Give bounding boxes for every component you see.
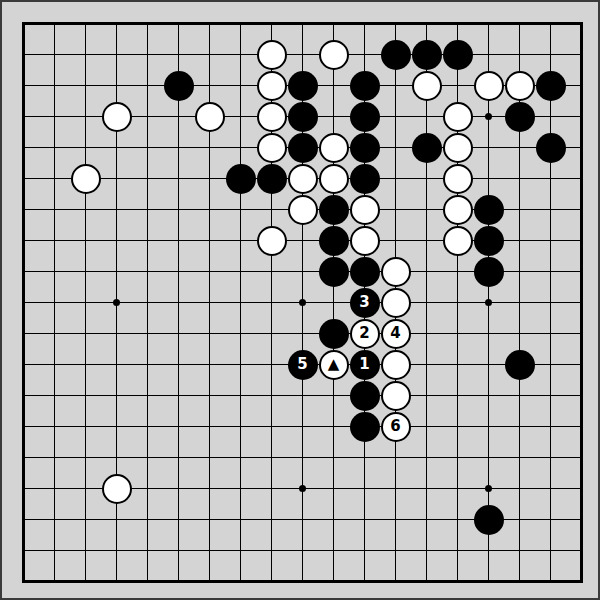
white-stone	[474, 71, 504, 101]
white-stone	[257, 226, 287, 256]
black-stone	[257, 164, 287, 194]
black-stone	[319, 195, 349, 225]
black-stone	[474, 226, 504, 256]
move-5-stone: 5	[288, 350, 318, 380]
white-stone	[319, 164, 349, 194]
grid-line-horizontal	[24, 333, 582, 335]
black-stone	[381, 40, 411, 70]
black-stone	[319, 226, 349, 256]
white-stone	[350, 195, 380, 225]
grid-line-vertical	[333, 24, 335, 582]
move-1-stone: 1	[350, 350, 380, 380]
white-stone	[257, 102, 287, 132]
white-stone	[443, 164, 473, 194]
black-stone	[412, 133, 442, 163]
white-stone	[319, 133, 349, 163]
black-stone	[536, 133, 566, 163]
black-stone	[350, 102, 380, 132]
white-stone	[505, 71, 535, 101]
white-stone	[288, 164, 318, 194]
white-stone	[102, 474, 132, 504]
star-point	[299, 299, 306, 306]
black-stone	[288, 71, 318, 101]
black-stone	[164, 71, 194, 101]
black-stone	[226, 164, 256, 194]
white-stone	[102, 102, 132, 132]
move-2-stone: 2	[350, 319, 380, 349]
black-stone	[505, 350, 535, 380]
black-stone	[474, 257, 504, 287]
black-stone	[288, 133, 318, 163]
white-stone	[443, 133, 473, 163]
white-stone	[443, 226, 473, 256]
move-4-stone: 4	[381, 319, 411, 349]
go-board: 3245▲16	[2, 2, 598, 598]
triangle-mark-icon: ▲	[328, 357, 340, 372]
black-stone	[536, 71, 566, 101]
black-stone	[412, 40, 442, 70]
grid-line-horizontal	[24, 395, 582, 397]
black-stone	[474, 505, 504, 535]
grid-line-vertical	[426, 24, 428, 582]
white-stone	[319, 40, 349, 70]
black-stone	[505, 102, 535, 132]
white-stone	[350, 226, 380, 256]
black-stone	[350, 412, 380, 442]
black-stone	[350, 133, 380, 163]
black-stone	[350, 164, 380, 194]
black-stone	[319, 257, 349, 287]
diagram-frame: 3245▲16	[0, 0, 600, 600]
white-stone	[381, 288, 411, 318]
white-stone	[412, 71, 442, 101]
triangle-marked-stone: ▲	[319, 350, 349, 380]
white-stone	[257, 71, 287, 101]
black-stone	[350, 257, 380, 287]
black-stone	[350, 71, 380, 101]
white-stone	[381, 381, 411, 411]
black-stone	[319, 319, 349, 349]
star-point	[485, 113, 492, 120]
black-stone	[288, 102, 318, 132]
star-point	[299, 485, 306, 492]
black-stone	[474, 195, 504, 225]
white-stone	[71, 164, 101, 194]
white-stone	[257, 133, 287, 163]
black-stone	[443, 40, 473, 70]
star-point	[485, 485, 492, 492]
white-stone	[443, 102, 473, 132]
star-point	[485, 299, 492, 306]
grid-line-horizontal	[24, 426, 582, 428]
white-stone	[257, 40, 287, 70]
move-6-stone: 6	[381, 412, 411, 442]
black-stone	[350, 381, 380, 411]
white-stone	[443, 195, 473, 225]
white-stone	[195, 102, 225, 132]
star-point	[113, 299, 120, 306]
grid-line-horizontal	[24, 550, 582, 552]
white-stone	[381, 350, 411, 380]
white-stone	[381, 257, 411, 287]
grid-line-vertical	[550, 24, 552, 582]
white-stone	[288, 195, 318, 225]
move-3-stone: 3	[350, 288, 380, 318]
grid-line-horizontal	[24, 457, 582, 459]
